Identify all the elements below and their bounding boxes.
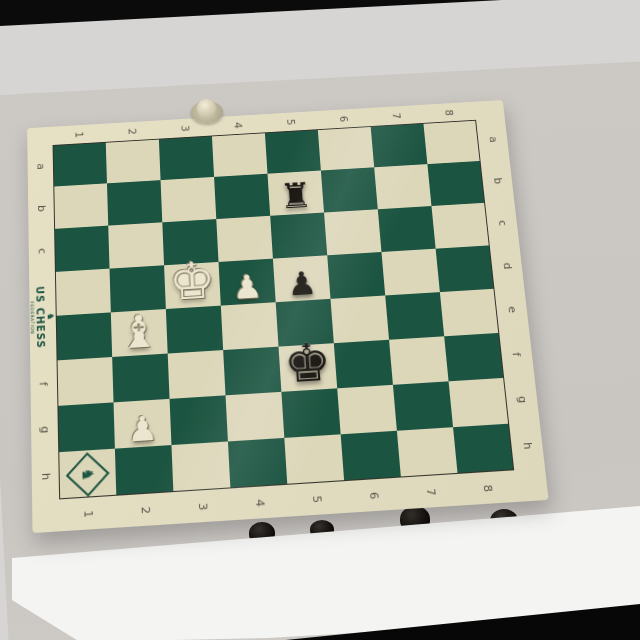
coordinate-label: f [510, 352, 523, 357]
square-d8[interactable] [436, 245, 495, 292]
coordinate-label: 7 [390, 112, 403, 119]
square-e7[interactable] [385, 292, 444, 340]
coordinate-label: 1 [73, 131, 86, 138]
coordinate-label: 8 [442, 109, 455, 116]
us-chess-branding: ♞US CHESSFEDERATION [29, 272, 56, 362]
square-c6[interactable] [324, 209, 381, 255]
square-h3[interactable] [171, 441, 230, 492]
square-g4[interactable] [226, 392, 285, 442]
coordinate-label: 1 [81, 509, 95, 517]
coordinate-label: 8 [480, 484, 494, 492]
square-b5[interactable]: ♜ [268, 170, 325, 215]
square-g2[interactable]: ♟ [114, 399, 172, 449]
square-b8[interactable] [427, 161, 485, 206]
coordinate-label: 4 [253, 498, 267, 506]
square-c7[interactable] [378, 206, 436, 252]
coordinate-label: 2 [139, 506, 153, 514]
piece-black-pawn[interactable]: ♟ [286, 267, 318, 301]
square-a3[interactable] [159, 136, 214, 181]
board-grid: 1122334455667788abcfgh♞US CHESSFEDERATIO… [27, 100, 549, 533]
file-label-right-f: f [499, 331, 534, 378]
captured-white-pawn-top [197, 99, 216, 118]
rank-label-bottom-7: 7 [401, 474, 461, 509]
file-label-left-a: a [27, 145, 53, 188]
us-chess-corner-logo: ♞ [65, 452, 109, 496]
square-c4[interactable] [216, 216, 273, 262]
coordinate-label: h [520, 442, 534, 450]
us-chess-wordmark: US CHESS [35, 285, 47, 348]
rank-label-bottom-6: 6 [344, 478, 403, 513]
square-e6[interactable] [330, 295, 389, 343]
square-d4[interactable]: ♟ [219, 259, 276, 306]
rank-label-bottom-5: 5 [287, 481, 346, 516]
square-h7[interactable] [397, 427, 458, 477]
square-f4[interactable] [223, 347, 281, 396]
square-h8[interactable] [453, 424, 514, 474]
file-label-right-h: h [509, 422, 545, 471]
coordinate-label: 4 [231, 121, 244, 128]
coordinate-label: c [35, 248, 48, 255]
piece-white-bishop[interactable]: ♝ [118, 308, 160, 355]
file-label-right-d: d [490, 244, 524, 289]
square-f1[interactable] [57, 357, 114, 406]
square-d7[interactable] [381, 249, 439, 296]
coordinate-label: g [38, 426, 51, 434]
coordinate-label: h [38, 472, 52, 480]
square-c8[interactable] [431, 203, 489, 249]
piece-black-king[interactable]: ♚ [282, 336, 333, 391]
square-b2[interactable] [107, 180, 162, 225]
us-chess-logo-knight-icon: ♞ [46, 312, 55, 321]
square-g6[interactable] [337, 385, 397, 434]
square-g3[interactable] [170, 395, 228, 445]
file-label-right-c: c [485, 201, 519, 245]
piece-white-king[interactable]: ♚ [168, 255, 217, 308]
square-a7[interactable] [371, 123, 428, 167]
square-c2[interactable] [108, 222, 164, 268]
coordinate-label: a [486, 136, 499, 143]
file-label-right-g: g [504, 376, 540, 424]
captured-black-piece[interactable] [310, 520, 334, 539]
square-f6[interactable] [334, 340, 393, 389]
square-d3[interactable]: ♚ [164, 262, 221, 309]
square-b1[interactable] [53, 183, 108, 229]
square-c5[interactable] [270, 213, 327, 259]
square-a4[interactable] [212, 132, 268, 177]
file-label-left-g: g [31, 406, 58, 454]
square-e4[interactable] [221, 302, 279, 350]
captured-white-pawn[interactable] [191, 101, 223, 123]
rank-label-bottom-1: 1 [59, 496, 117, 532]
square-h5[interactable] [284, 434, 344, 484]
square-e3[interactable] [166, 306, 223, 354]
square-h4[interactable] [228, 438, 287, 489]
square-f5[interactable]: ♚ [279, 343, 338, 392]
square-f8[interactable] [444, 333, 504, 381]
piece-black-rook[interactable]: ♜ [279, 178, 314, 215]
captured-black-piece[interactable] [490, 509, 518, 533]
square-d1[interactable] [55, 269, 111, 316]
file-label-left-c: c [28, 229, 54, 274]
square-h2[interactable] [115, 445, 173, 496]
square-d6[interactable] [327, 252, 385, 299]
square-e1[interactable] [56, 312, 112, 360]
square-g8[interactable] [449, 378, 510, 427]
coordinate-label: 6 [367, 491, 381, 499]
square-f7[interactable] [389, 336, 449, 385]
coordinate-label: 3 [196, 502, 210, 510]
rank-label-bottom-4: 4 [230, 485, 289, 520]
coordinate-label: f [37, 382, 50, 387]
rank-label-bottom-2: 2 [116, 492, 174, 528]
scene: 1122334455667788abcfgh♞US CHESSFEDERATIO… [0, 0, 640, 640]
square-e2[interactable]: ♝ [111, 309, 168, 357]
coordinate-label: 6 [337, 115, 350, 122]
file-label-right-e: e [494, 287, 529, 333]
square-a5[interactable] [265, 129, 321, 174]
coordinate-label: 5 [310, 495, 324, 503]
coordinate-label: 3 [179, 124, 192, 131]
square-a1[interactable] [53, 142, 107, 187]
coordinate-label: b [35, 205, 48, 212]
square-g1[interactable] [57, 402, 114, 452]
captured-black-piece[interactable] [249, 522, 275, 544]
file-label-right-b: b [481, 159, 515, 203]
coordinate-label: d [500, 262, 514, 270]
square-g5[interactable] [281, 388, 340, 438]
square-a6[interactable] [318, 126, 374, 170]
square-c1[interactable] [54, 226, 109, 272]
coordinate-label: 2 [126, 128, 139, 135]
square-a2[interactable] [106, 139, 161, 184]
corner-logo-knight-icon: ♞ [79, 466, 95, 481]
square-f2[interactable] [112, 354, 169, 403]
border-corner [27, 127, 52, 147]
chess-board: 1122334455667788abcfgh♞US CHESSFEDERATIO… [27, 100, 549, 533]
square-b7[interactable] [374, 164, 431, 209]
rank-label-bottom-3: 3 [173, 488, 232, 524]
square-b4[interactable] [214, 174, 270, 219]
file-label-left-b: b [28, 187, 54, 231]
coordinate-label: 5 [284, 118, 297, 125]
square-d5[interactable]: ♟ [273, 255, 331, 302]
captured-black-piece[interactable] [400, 506, 430, 532]
square-f3[interactable] [168, 350, 226, 399]
file-label-left-f: f [30, 360, 57, 407]
border-corner [32, 499, 60, 533]
coordinate-label: e [505, 306, 519, 313]
coordinate-label: 7 [424, 487, 438, 495]
piece-white-pawn[interactable]: ♟ [127, 411, 159, 447]
border-corner [514, 468, 548, 502]
coordinate-label: g [515, 396, 529, 404]
square-b3[interactable] [161, 177, 217, 222]
coordinate-label: a [34, 163, 47, 170]
square-b6[interactable] [321, 167, 378, 212]
border-corner [474, 100, 505, 120]
piece-white-pawn[interactable]: ♟ [232, 270, 263, 304]
file-label-right-a: a [476, 118, 509, 161]
square-h1[interactable]: ♞ [58, 449, 116, 500]
file-label-left-h: h [31, 452, 59, 501]
rank-label-bottom-8: 8 [458, 470, 518, 505]
square-a8[interactable] [423, 120, 480, 164]
square-h6[interactable] [341, 431, 401, 481]
coordinate-label: b [491, 177, 504, 184]
square-e8[interactable] [440, 289, 499, 337]
coordinate-label: c [495, 220, 508, 227]
square-g7[interactable] [393, 381, 453, 430]
us-chess-sub-text: FEDERATION [30, 301, 35, 334]
